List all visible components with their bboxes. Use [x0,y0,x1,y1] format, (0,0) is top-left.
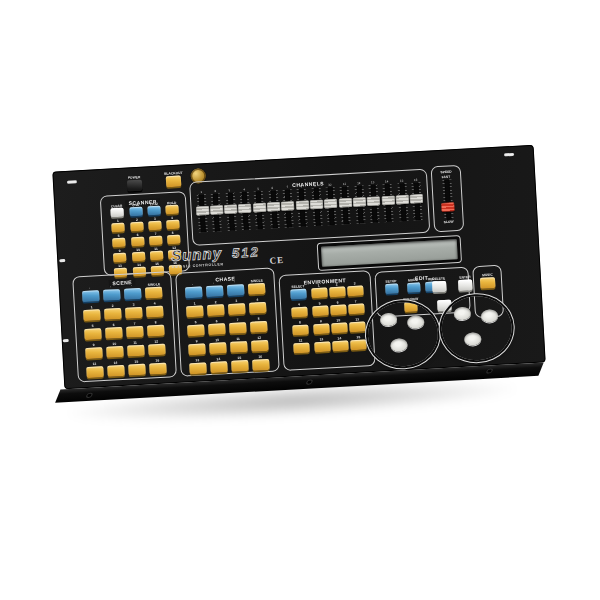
key-cap-13[interactable] [189,362,207,374]
channel-fader-16[interactable] [411,182,422,220]
channel-fader-9[interactable] [311,188,322,226]
fast-label: FAST [442,176,451,179]
key-label: 2 [136,219,138,221]
key: 1 [111,218,125,233]
fader-cap[interactable] [281,201,294,211]
channel-fader-10[interactable] [326,187,337,225]
channel-fader-5[interactable] [254,191,265,229]
model-number: 512 [232,244,260,261]
fader-cap[interactable] [324,199,337,209]
front-hole [307,380,312,383]
channel-fader-12[interactable] [354,185,365,223]
key: SINGLE [245,277,268,295]
fader-cap[interactable] [253,203,266,213]
channel-fader-8[interactable] [297,188,308,226]
key-cap-2[interactable] [207,304,225,316]
key-label: 2 [336,283,338,286]
key-cap-8[interactable] [292,325,309,336]
key-label: 1 [90,306,92,309]
key-label: · [111,286,112,289]
speed-section: SPEED FAST SLOW [431,165,465,233]
fader-column: 7 [282,183,294,235]
screw-slot [67,180,77,184]
key-label: 14 [338,337,342,340]
key-label: · [213,282,214,285]
fader-column: 4 [239,186,251,238]
key-cap-7[interactable] [126,326,144,338]
key: DELETE [427,275,452,293]
key: 7 [149,231,163,246]
speed-fader[interactable] [442,179,453,219]
key-label: 14 [137,264,141,266]
key-label: 10 [112,343,116,346]
front-hole [487,369,492,372]
key-cap-9[interactable] [313,323,330,334]
wheel-dimple [453,306,471,320]
key: MODE [404,276,423,293]
channel-fader-7[interactable] [283,189,294,227]
key-cap-7[interactable] [348,303,365,314]
key-label: 9 [320,320,322,323]
key-cap-14[interactable] [332,340,349,351]
fader-cap[interactable] [339,198,352,208]
chase-section: CHASE ···SINGLE12345678910111213141516 [175,267,280,376]
key: 17.32 [146,201,162,216]
key-cap-15[interactable] [350,339,367,350]
channel-number: 13 [371,181,374,184]
key-cap-10[interactable] [209,342,227,354]
key-label: 8 [172,232,174,234]
key-label: 1 [116,220,118,222]
key-cap-16[interactable] [149,363,167,375]
key-label: 14 [113,362,117,365]
key: 8 [166,230,180,245]
key: 9 [85,341,103,359]
key-label: · [131,285,132,288]
key-cap-3[interactable] [125,307,143,319]
key: 11 [229,335,247,353]
key-cap-2[interactable] [104,308,122,320]
side-hole [63,339,69,342]
key: 8 [250,315,268,333]
channel-number: 10 [328,184,331,187]
key-cap-select[interactable] [290,289,307,300]
fader-column: 13 [368,179,380,231]
key-cap-10[interactable] [132,252,145,262]
fader-cap[interactable] [296,200,309,210]
fader-column: 14 [382,178,394,230]
channel-number: 5 [257,188,259,191]
fader-column: 9 [311,182,323,234]
ce-mark: CE [269,255,284,266]
key-label: HOLD [167,202,176,205]
fader-column: 12 [354,179,366,231]
fader-column: 15 [397,177,409,229]
key: 13 [189,356,207,374]
key-cap-3[interactable] [347,285,364,296]
key: HOLD [163,200,181,215]
key-cap-c.16[interactable] [129,207,142,217]
key-label: 8 [258,318,260,321]
key: 7 [125,320,143,338]
key-label: 4 [171,217,173,219]
key-cap-7[interactable] [229,322,247,334]
key-cap-5[interactable] [112,238,125,248]
fader-cap[interactable] [195,206,208,216]
fader-column: 1 [196,188,208,240]
fader-column: 6 [268,184,280,236]
key-cap-1[interactable] [311,287,328,298]
key-label: 1 [318,284,320,287]
key: 2 [206,298,224,316]
key-cap-8[interactable] [167,235,180,245]
key-label: 7 [133,322,135,325]
key: 15 [231,354,249,372]
key-cap-10[interactable] [106,346,124,358]
channel-number: 4 [243,188,245,191]
key: 9 [112,248,126,263]
channel-fader-3[interactable] [225,192,236,230]
channel-fader-14[interactable] [383,184,394,222]
key-cap-8[interactable] [147,325,165,337]
key-cap-clear[interactable] [110,208,123,218]
key-label: 5 [194,321,196,324]
fader-cap[interactable] [267,202,280,212]
key-label: 11 [133,341,137,344]
key-cap-blank-1[interactable] [206,285,224,297]
channel-number: 3 [229,189,231,192]
blackout-key[interactable] [166,175,182,187]
key-cap-16[interactable] [252,359,270,371]
key-cap-7[interactable] [149,236,162,246]
key-cap-delete[interactable] [432,281,447,293]
key: 10 [132,247,146,262]
fader-column: 11 [340,180,352,232]
key-label: · [193,283,194,286]
channel-number: 7 [286,186,288,189]
key-cap-mode[interactable] [407,282,421,293]
key: 3 [124,301,142,319]
key: 14 [107,359,125,377]
key-cap-3[interactable] [148,221,161,231]
slow-label: SLOW [444,220,454,223]
key-cap-single[interactable] [248,283,266,295]
key-label: 16 [156,359,160,362]
key-cap-13[interactable] [314,341,331,352]
key: 5 [112,233,126,248]
key: 3 [227,297,245,315]
brand-name: Sunny [171,244,223,264]
key: 7 [228,316,246,334]
key: 4 [166,215,180,230]
key: SINGLE [142,281,165,299]
front-panel: POWER BLACKOUT SCANNER CLEARC.1617.32HOL… [52,145,545,390]
key: 11 [349,315,366,332]
chase-key-grid: ···SINGLE12345678910111213141516 [176,268,279,378]
key-cap-9[interactable] [113,253,126,263]
scene-key-grid: ···SINGLE12345678910111213141516 [73,272,176,382]
key-label: 10 [215,339,219,342]
key-label: 4 [298,303,300,306]
key-cap-music[interactable] [480,277,496,289]
side-hole [59,259,65,262]
key-label: 13 [118,265,122,267]
edit-white-keys: DELETEENTER [427,273,476,293]
key-label: 6 [112,324,114,327]
key-cap-2[interactable] [130,222,143,232]
key-label: C.16 [132,204,139,207]
blackout-key-group: BLACKOUT [156,169,191,188]
key: 1 [186,299,204,317]
key-cap-blank-1[interactable] [103,289,121,301]
channel-fader-6[interactable] [268,190,279,228]
key-label: 15 [356,336,360,339]
key-cap-11[interactable] [349,321,366,332]
key: 8 [147,319,165,337]
dmx-controller: POWER BLACKOUT SCANNER CLEARC.1617.32HOL… [52,145,545,390]
key-cap-1[interactable] [83,309,101,321]
key-label: 3 [354,282,356,285]
key-cap-4[interactable] [166,220,179,230]
key-label: 13 [93,363,97,366]
music-key: MUSIC [474,271,502,289]
speed-fader-cap[interactable] [441,202,454,212]
key: 11 [149,246,163,261]
key: CLEAR [106,203,127,218]
channel-fader-13[interactable] [368,184,379,222]
key-label: 7 [236,319,238,322]
channel-fader-2[interactable] [211,193,222,231]
key-label: 6 [215,320,217,323]
fader-cap[interactable] [310,200,323,210]
key-label: 3 [153,218,155,220]
channel-fader-11[interactable] [340,186,351,224]
key-cap-hold[interactable] [165,205,178,215]
fader-column: 8 [297,183,309,235]
wheel-dimple [464,332,482,346]
key: SETUP [381,277,402,294]
key: 4 [291,301,308,318]
key: 2 [329,280,346,297]
key-label: 4 [154,302,156,305]
front-hole [87,394,92,397]
key-cap-14[interactable] [210,361,228,373]
key: 8 [292,319,309,336]
key-label: 7 [355,300,357,303]
key-label: 12 [258,336,262,339]
key-cap-6[interactable] [208,323,226,335]
key-label: CLEAR [111,205,122,208]
key-label: MODE [408,279,418,282]
key-cap-6[interactable] [105,327,123,339]
key-cap-blank-2[interactable] [124,288,142,300]
key-label: 10 [136,249,140,251]
fader-cap[interactable] [238,204,251,214]
key-cap-2[interactable] [329,286,346,297]
logo: Sunny512 DMX 512 CONTROLLER [171,242,261,271]
key-cap-13[interactable] [86,366,104,378]
key-cap-6[interactable] [131,237,144,247]
key-cap-15[interactable] [231,360,249,372]
key: 11 [126,339,144,357]
key: 3 [148,216,162,231]
lcd-screen [321,239,458,267]
channel-fader-1[interactable] [197,194,208,232]
key: 12 [293,337,310,354]
key-cap-8[interactable] [250,321,268,333]
key-label: 5 [117,235,119,237]
key-cap-single[interactable] [145,287,163,299]
key: C.16 [129,202,143,217]
environment-key-grid: SELECT123456789101112131415 [279,271,373,358]
key: 9 [313,317,330,334]
key-cap-14[interactable] [107,365,125,377]
key-label: 4 [257,299,259,302]
fader-cap[interactable] [381,196,394,206]
channel-number: 8 [300,185,302,188]
key-label: · [234,281,235,284]
key-label: 7 [154,233,156,235]
key-label: 5 [91,325,93,328]
key-cap-6[interactable] [330,304,347,315]
key: 15 [350,333,367,350]
channel-number: 14 [385,180,388,183]
key-cap-5[interactable] [312,305,329,316]
channel-number: 9 [315,184,317,187]
key-cap-11[interactable] [127,345,145,357]
fader-column: 16 [411,176,423,228]
power-switch[interactable] [127,180,143,192]
key-label: 15 [155,263,159,265]
speed-label: SPEED [440,170,451,173]
fader-cap[interactable] [367,196,380,206]
key-cap-blank-0[interactable] [185,286,203,298]
channel-number: 2 [215,190,217,193]
key-cap-11[interactable] [150,251,163,261]
key: 5 [84,322,102,340]
key: 2 [130,217,144,232]
key-label: 3 [132,304,134,307]
channel-number: 12 [357,182,360,185]
key: 13 [86,360,104,378]
key-label: 11 [355,318,359,321]
power-switch-group: POWER [123,173,147,191]
key-cap-12[interactable] [251,340,269,352]
key-label: 5 [319,302,321,305]
key: 1 [311,281,328,298]
fader-cap[interactable] [353,197,366,207]
key: SELECT [286,282,311,299]
key-label: 2 [111,305,113,308]
key-label: 14 [216,358,220,361]
key: 2 [104,302,122,320]
key: 10 [209,336,227,354]
fader-cap[interactable] [410,194,423,204]
key-label: 15 [237,357,241,360]
key: · [123,282,141,300]
key-label: 6 [137,234,139,236]
key-cap-17.32[interactable] [147,206,160,216]
key-label: 9 [118,250,120,252]
key-cap-5[interactable] [84,328,102,340]
key: 3 [347,279,364,296]
key-label: 12 [299,339,303,342]
key: 10 [331,316,348,333]
key: 4 [146,300,164,318]
key-cap-12[interactable] [148,344,166,356]
key-label: 13 [320,338,324,341]
key-label: 2 [214,301,216,304]
key-label: 12 [155,340,159,343]
channel-number: 11 [343,183,346,186]
key-label: 11 [154,248,158,250]
fader-cap[interactable] [210,205,223,215]
key-cap-10[interactable] [331,322,348,333]
wheel-dimple [481,309,499,323]
key-cap-4[interactable] [146,306,164,318]
channel-number: 16 [414,179,417,182]
key-cap-1[interactable] [186,305,204,317]
key-label: 1 [193,302,195,305]
key-label: 8 [299,321,301,324]
wheel-dimple [390,338,408,352]
key: 14 [210,355,228,373]
key-label: PREVIEW [403,298,418,302]
key: 13 [314,335,331,352]
key-cap-15[interactable] [128,364,146,376]
key: · [226,278,244,296]
key: 12 [251,334,269,352]
key: 1 [83,303,101,321]
key-cap-1[interactable] [111,223,124,233]
key-cap-4[interactable] [291,307,308,318]
screw-slot [504,153,514,157]
key-label: 8 [155,321,157,324]
key-cap-enter[interactable] [458,279,473,291]
key-cap-9[interactable] [188,343,206,355]
fader-cap[interactable] [396,195,409,205]
key-label: 9 [195,340,197,343]
key: 6 [330,298,347,315]
channel-fader-4[interactable] [240,192,251,230]
key: 7 [348,297,365,314]
blackout-label: BLACKOUT [164,172,183,176]
key-cap-5[interactable] [187,324,205,336]
key-cap-3[interactable] [228,303,246,315]
channel-fader-bank: 12345678910111213141516 [196,176,423,240]
key-cap-12[interactable] [293,343,310,354]
key: 6 [105,321,123,339]
wheel-dimple [380,313,398,327]
fader-column: 5 [254,185,266,237]
channel-fader-15[interactable] [397,183,408,221]
key-cap-blank-2[interactable] [227,284,245,296]
key-cap-11[interactable] [230,341,248,353]
key-cap-4[interactable] [249,302,267,314]
key-cap-setup[interactable] [385,284,399,295]
product-photo: POWER BLACKOUT SCANNER CLEARC.1617.32HOL… [0,0,600,600]
key: 10 [106,340,124,358]
key: 4 [249,296,267,314]
key-cap-9[interactable] [85,347,103,359]
fader-cap[interactable] [224,204,237,214]
key-label: 9 [92,344,94,347]
key-label: 11 [236,338,240,341]
key-cap-blank-0[interactable] [82,290,100,302]
key: 14 [332,334,349,351]
key: 16 [149,357,167,375]
environment-section: ENVIRONMENT SELECT123456789101112131415 [278,270,375,371]
